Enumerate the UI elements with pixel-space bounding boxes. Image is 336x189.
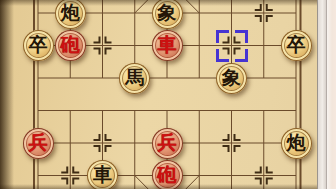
piece-glyph: 車	[158, 35, 177, 54]
piece-glyph: 炮	[287, 133, 306, 152]
piece-glyph: 卒	[287, 35, 306, 54]
piece-red-pawn-2[interactable]: 兵	[152, 128, 183, 159]
selection-corner-tl	[216, 30, 229, 43]
piece-black-pawn-2[interactable]: 卒	[281, 30, 312, 61]
piece-red-pawn-1[interactable]: 兵	[23, 128, 54, 159]
piece-glyph: 馬	[125, 68, 144, 87]
piece-black-chariot-1[interactable]: 車	[87, 160, 118, 189]
piece-glyph: 車	[93, 165, 112, 184]
piece-red-cannon-1[interactable]: 砲	[55, 30, 86, 61]
piece-glyph: 象	[158, 3, 177, 22]
piece-black-pawn-1[interactable]: 卒	[23, 30, 54, 61]
piece-glyph: 砲	[61, 35, 80, 54]
piece-glyph: 卒	[29, 35, 48, 54]
piece-black-cannon-2[interactable]: 炮	[281, 128, 312, 159]
window-edge-strip	[317, 0, 336, 189]
piece-red-chariot-1[interactable]: 車	[152, 30, 183, 61]
selection-corner-bl	[216, 49, 229, 62]
xiangqi-app-window: 炮象卒砲車卒馬象兵兵炮車砲	[0, 0, 336, 189]
piece-glyph: 砲	[158, 165, 177, 184]
selection-marker	[216, 30, 248, 62]
piece-black-cannon-1[interactable]: 炮	[55, 0, 86, 29]
selection-corner-br	[235, 49, 248, 62]
piece-black-elephant-1[interactable]: 象	[152, 0, 183, 29]
piece-glyph: 兵	[158, 133, 177, 152]
piece-glyph: 炮	[61, 3, 80, 22]
piece-glyph: 兵	[29, 133, 48, 152]
piece-glyph: 象	[222, 68, 241, 87]
selection-corner-tr	[235, 30, 248, 43]
piece-red-cannon-2[interactable]: 砲	[152, 160, 183, 189]
piece-black-horse-1[interactable]: 馬	[119, 63, 150, 94]
piece-black-elephant-2[interactable]: 象	[216, 63, 247, 94]
